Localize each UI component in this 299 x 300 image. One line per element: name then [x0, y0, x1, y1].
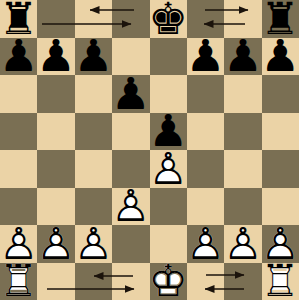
square-h4[interactable]: [262, 150, 299, 188]
square-h1[interactable]: ♜♖: [262, 263, 299, 300]
square-c2[interactable]: ♟♙: [75, 225, 112, 263]
black-pawn-icon[interactable]: ♟: [112, 75, 149, 113]
square-g5[interactable]: [224, 113, 261, 151]
square-a4[interactable]: [0, 150, 37, 188]
square-c4[interactable]: [75, 150, 112, 188]
pawn-glyph: ♟: [262, 38, 299, 76]
square-f2[interactable]: ♟♙: [187, 225, 224, 263]
white-pawn-icon[interactable]: ♟♙: [150, 150, 187, 188]
king-glyph: ♚: [150, 0, 187, 38]
square-d8[interactable]: [112, 0, 149, 38]
pawn-glyph: ♟: [224, 38, 261, 76]
pawn-glyph: ♟: [112, 75, 149, 113]
pawn-glyph-outline: ♙: [112, 188, 149, 226]
square-a6[interactable]: [0, 75, 37, 113]
pawn-glyph: ♟: [37, 38, 74, 76]
square-g4[interactable]: [224, 150, 261, 188]
square-d6[interactable]: ♟: [112, 75, 149, 113]
pawn-glyph-outline: ♙: [75, 225, 112, 263]
pawn-glyph-outline: ♙: [150, 150, 187, 188]
square-e4[interactable]: ♟♙: [150, 150, 187, 188]
square-g7[interactable]: ♟: [224, 38, 261, 76]
square-c1[interactable]: [75, 263, 112, 300]
square-f1[interactable]: [187, 263, 224, 300]
square-f6[interactable]: [187, 75, 224, 113]
square-b4[interactable]: [37, 150, 74, 188]
black-pawn-icon[interactable]: ♟: [75, 38, 112, 76]
square-a7[interactable]: ♟: [0, 38, 37, 76]
white-rook-icon[interactable]: ♜♖: [262, 263, 299, 300]
black-pawn-icon[interactable]: ♟: [37, 38, 74, 76]
square-a1[interactable]: ♜♖: [0, 263, 37, 300]
square-d2[interactable]: [112, 225, 149, 263]
square-a5[interactable]: [0, 113, 37, 151]
chess-board: ♜♚♜♟♟♟♟♟♟♟♟♟♙♟♙♟♙♟♙♟♙♟♙♟♙♟♙♜♖♚♔♜♖: [0, 0, 299, 300]
square-f4[interactable]: [187, 150, 224, 188]
square-e1[interactable]: ♚♔: [150, 263, 187, 300]
white-pawn-icon[interactable]: ♟♙: [75, 225, 112, 263]
black-pawn-icon[interactable]: ♟: [224, 38, 261, 76]
square-f5[interactable]: [187, 113, 224, 151]
square-d5[interactable]: [112, 113, 149, 151]
white-rook-icon[interactable]: ♜♖: [0, 263, 37, 300]
white-pawn-icon[interactable]: ♟♙: [112, 188, 149, 226]
white-pawn-icon[interactable]: ♟♙: [224, 225, 261, 263]
square-c5[interactable]: [75, 113, 112, 151]
pawn-glyph-outline: ♙: [187, 225, 224, 263]
square-g6[interactable]: [224, 75, 261, 113]
square-h6[interactable]: [262, 75, 299, 113]
rook-glyph-outline: ♖: [0, 263, 37, 300]
square-h7[interactable]: ♟: [262, 38, 299, 76]
square-e3[interactable]: [150, 188, 187, 226]
king-glyph-outline: ♔: [150, 263, 187, 300]
pawn-glyph: ♟: [187, 38, 224, 76]
square-d1[interactable]: [112, 263, 149, 300]
pawn-glyph: ♟: [75, 38, 112, 76]
square-e8[interactable]: ♚: [150, 0, 187, 38]
pawn-glyph-outline: ♙: [37, 225, 74, 263]
black-king-icon[interactable]: ♚: [150, 0, 187, 38]
square-b7[interactable]: ♟: [37, 38, 74, 76]
black-pawn-icon[interactable]: ♟: [262, 38, 299, 76]
square-c6[interactable]: [75, 75, 112, 113]
square-h5[interactable]: [262, 113, 299, 151]
square-g2[interactable]: ♟♙: [224, 225, 261, 263]
square-d3[interactable]: ♟♙: [112, 188, 149, 226]
pawn-glyph-outline: ♙: [224, 225, 261, 263]
square-g1[interactable]: [224, 263, 261, 300]
square-b6[interactable]: [37, 75, 74, 113]
square-e7[interactable]: [150, 38, 187, 76]
square-b2[interactable]: ♟♙: [37, 225, 74, 263]
white-king-icon[interactable]: ♚♔: [150, 263, 187, 300]
rook-glyph-outline: ♖: [262, 263, 299, 300]
black-pawn-icon[interactable]: ♟: [187, 38, 224, 76]
pawn-glyph: ♟: [0, 38, 37, 76]
square-f7[interactable]: ♟: [187, 38, 224, 76]
white-pawn-icon[interactable]: ♟♙: [187, 225, 224, 263]
square-b1[interactable]: [37, 263, 74, 300]
black-pawn-icon[interactable]: ♟: [0, 38, 37, 76]
square-b5[interactable]: [37, 113, 74, 151]
white-pawn-icon[interactable]: ♟♙: [37, 225, 74, 263]
square-c7[interactable]: ♟: [75, 38, 112, 76]
